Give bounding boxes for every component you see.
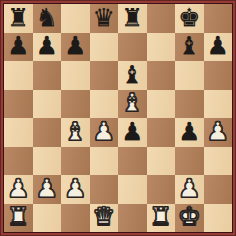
- piece-white-pawn-d4: ♟: [93, 119, 115, 144]
- square-b7[interactable]: ♟: [33, 33, 62, 62]
- square-e6[interactable]: ♝: [118, 61, 147, 90]
- square-g1[interactable]: ♚: [175, 204, 204, 233]
- square-c1[interactable]: [61, 204, 90, 233]
- square-a8[interactable]: ♜: [4, 4, 33, 33]
- piece-black-bishop-e6: ♝: [121, 62, 143, 87]
- square-f5[interactable]: [147, 90, 176, 119]
- square-e7[interactable]: [118, 33, 147, 62]
- board-frame: ♜♞♛♜♚♟♟♟♝♟♝♝♝♟♟♟♟♟♟♟♟♜♛♜♚: [0, 0, 236, 236]
- square-g6[interactable]: [175, 61, 204, 90]
- square-g7[interactable]: ♝: [175, 33, 204, 62]
- square-f8[interactable]: [147, 4, 176, 33]
- square-a1[interactable]: ♜: [4, 204, 33, 233]
- square-f3[interactable]: [147, 147, 176, 176]
- piece-black-queen-d8: ♛: [93, 5, 115, 30]
- square-h5[interactable]: [204, 90, 233, 119]
- piece-white-bishop-e5: ♝: [121, 90, 143, 115]
- square-f2[interactable]: [147, 175, 176, 204]
- square-d8[interactable]: ♛: [90, 4, 119, 33]
- piece-black-rook-e8: ♜: [121, 5, 143, 30]
- square-f1[interactable]: ♜: [147, 204, 176, 233]
- square-g8[interactable]: ♚: [175, 4, 204, 33]
- square-f4[interactable]: [147, 118, 176, 147]
- square-b5[interactable]: [33, 90, 62, 119]
- square-h1[interactable]: [204, 204, 233, 233]
- square-f7[interactable]: [147, 33, 176, 62]
- piece-black-bishop-g7: ♝: [178, 33, 200, 58]
- square-c5[interactable]: [61, 90, 90, 119]
- square-c6[interactable]: [61, 61, 90, 90]
- piece-white-bishop-c4: ♝: [64, 119, 86, 144]
- square-g2[interactable]: ♟: [175, 175, 204, 204]
- square-d2[interactable]: [90, 175, 119, 204]
- piece-black-rook-a8: ♜: [7, 5, 29, 30]
- square-d4[interactable]: ♟: [90, 118, 119, 147]
- square-h8[interactable]: [204, 4, 233, 33]
- square-b8[interactable]: ♞: [33, 4, 62, 33]
- piece-black-knight-b8: ♞: [36, 5, 58, 30]
- square-b2[interactable]: ♟: [33, 175, 62, 204]
- square-c2[interactable]: ♟: [61, 175, 90, 204]
- square-e4[interactable]: ♟: [118, 118, 147, 147]
- square-g4[interactable]: ♟: [175, 118, 204, 147]
- piece-white-pawn-a2: ♟: [7, 176, 29, 201]
- piece-white-pawn-b2: ♟: [36, 176, 58, 201]
- square-h2[interactable]: [204, 175, 233, 204]
- square-c7[interactable]: ♟: [61, 33, 90, 62]
- square-b4[interactable]: [33, 118, 62, 147]
- square-c8[interactable]: [61, 4, 90, 33]
- square-e2[interactable]: [118, 175, 147, 204]
- square-b3[interactable]: [33, 147, 62, 176]
- square-b1[interactable]: [33, 204, 62, 233]
- piece-white-rook-f1: ♜: [150, 204, 172, 229]
- square-e3[interactable]: [118, 147, 147, 176]
- square-a5[interactable]: [4, 90, 33, 119]
- square-d3[interactable]: [90, 147, 119, 176]
- piece-black-pawn-a7: ♟: [7, 33, 29, 58]
- piece-white-pawn-c2: ♟: [64, 176, 86, 201]
- square-g5[interactable]: [175, 90, 204, 119]
- piece-black-pawn-c7: ♟: [64, 33, 86, 58]
- piece-white-rook-a1: ♜: [7, 204, 29, 229]
- piece-black-pawn-g4: ♟: [178, 119, 200, 144]
- square-h4[interactable]: ♟: [204, 118, 233, 147]
- square-a6[interactable]: [4, 61, 33, 90]
- square-f6[interactable]: [147, 61, 176, 90]
- piece-black-pawn-e4: ♟: [121, 119, 143, 144]
- square-d7[interactable]: [90, 33, 119, 62]
- piece-white-pawn-g2: ♟: [178, 176, 200, 201]
- square-e8[interactable]: ♜: [118, 4, 147, 33]
- square-h3[interactable]: [204, 147, 233, 176]
- piece-black-pawn-b7: ♟: [36, 33, 58, 58]
- square-d5[interactable]: [90, 90, 119, 119]
- chess-board: ♜♞♛♜♚♟♟♟♝♟♝♝♝♟♟♟♟♟♟♟♟♜♛♜♚: [4, 4, 232, 232]
- square-d6[interactable]: [90, 61, 119, 90]
- square-h7[interactable]: ♟: [204, 33, 233, 62]
- square-c4[interactable]: ♝: [61, 118, 90, 147]
- square-c3[interactable]: [61, 147, 90, 176]
- piece-black-king-g8: ♚: [178, 5, 200, 30]
- piece-white-king-g1: ♚: [178, 204, 200, 229]
- square-a3[interactable]: [4, 147, 33, 176]
- square-b6[interactable]: [33, 61, 62, 90]
- piece-white-pawn-h4: ♟: [207, 119, 229, 144]
- square-e5[interactable]: ♝: [118, 90, 147, 119]
- piece-black-pawn-h7: ♟: [207, 33, 229, 58]
- square-a7[interactable]: ♟: [4, 33, 33, 62]
- square-g3[interactable]: [175, 147, 204, 176]
- square-d1[interactable]: ♛: [90, 204, 119, 233]
- square-a2[interactable]: ♟: [4, 175, 33, 204]
- square-e1[interactable]: [118, 204, 147, 233]
- square-a4[interactable]: [4, 118, 33, 147]
- square-h6[interactable]: [204, 61, 233, 90]
- piece-white-queen-d1: ♛: [93, 204, 115, 229]
